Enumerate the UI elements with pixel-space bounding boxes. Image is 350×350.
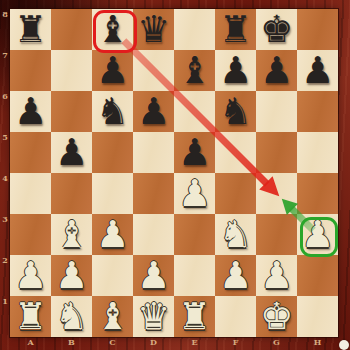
- square-c1[interactable]: ♝: [92, 296, 133, 337]
- black-queen: ♛: [133, 9, 174, 50]
- square-h7[interactable]: ♟: [297, 50, 338, 91]
- square-b1[interactable]: ♞: [51, 296, 92, 337]
- file-label-d: D: [133, 337, 174, 349]
- file-label-g: G: [256, 337, 297, 349]
- white-bishop: ♝: [51, 214, 92, 255]
- black-bishop: ♝: [174, 50, 215, 91]
- square-h1[interactable]: [297, 296, 338, 337]
- black-knight: ♞: [215, 91, 256, 132]
- square-f8[interactable]: ♜: [215, 9, 256, 50]
- square-h3[interactable]: ♟: [297, 214, 338, 255]
- file-label-e: E: [174, 337, 215, 349]
- square-g4[interactable]: [256, 173, 297, 214]
- black-knight: ♞: [92, 91, 133, 132]
- square-e3[interactable]: [174, 214, 215, 255]
- white-pawn: ♟: [92, 214, 133, 255]
- square-h2[interactable]: [297, 255, 338, 296]
- square-f1[interactable]: [215, 296, 256, 337]
- square-a5[interactable]: [10, 132, 51, 173]
- black-rook: ♜: [10, 9, 51, 50]
- square-e2[interactable]: [174, 255, 215, 296]
- square-f7[interactable]: ♟: [215, 50, 256, 91]
- square-c3[interactable]: ♟: [92, 214, 133, 255]
- square-h5[interactable]: [297, 132, 338, 173]
- square-d4[interactable]: [133, 173, 174, 214]
- square-a4[interactable]: [10, 173, 51, 214]
- square-a7[interactable]: [10, 50, 51, 91]
- board-frame: ♜♝♛♜♚♟♝♟♟♟♟♞♟♞♟♟♟♝♟♞♟♟♟♟♟♟♜♞♝♛♜♚ 8765432…: [0, 0, 350, 350]
- square-d3[interactable]: [133, 214, 174, 255]
- white-pawn: ♟: [133, 255, 174, 296]
- square-h4[interactable]: [297, 173, 338, 214]
- black-pawn: ♟: [256, 50, 297, 91]
- file-label-a: A: [10, 337, 51, 349]
- square-a1[interactable]: ♜: [10, 296, 51, 337]
- rank-label-2: 2: [0, 255, 10, 296]
- white-pawn: ♟: [10, 255, 51, 296]
- square-c6[interactable]: ♞: [92, 91, 133, 132]
- square-e6[interactable]: [174, 91, 215, 132]
- rank-label-1: 1: [0, 296, 10, 337]
- square-f4[interactable]: [215, 173, 256, 214]
- chess-board: ♜♝♛♜♚♟♝♟♟♟♟♞♟♞♟♟♟♝♟♞♟♟♟♟♟♟♜♞♝♛♜♚: [10, 9, 338, 337]
- square-g8[interactable]: ♚: [256, 9, 297, 50]
- black-rook: ♜: [215, 9, 256, 50]
- square-b7[interactable]: [51, 50, 92, 91]
- file-label-h: H: [297, 337, 338, 349]
- square-g3[interactable]: [256, 214, 297, 255]
- square-b2[interactable]: ♟: [51, 255, 92, 296]
- watermark-dot: [339, 340, 349, 350]
- rank-label-3: 3: [0, 214, 10, 255]
- square-b3[interactable]: ♝: [51, 214, 92, 255]
- square-c2[interactable]: [92, 255, 133, 296]
- square-d7[interactable]: [133, 50, 174, 91]
- square-e7[interactable]: ♝: [174, 50, 215, 91]
- square-b4[interactable]: [51, 173, 92, 214]
- square-c8[interactable]: ♝: [92, 9, 133, 50]
- square-a8[interactable]: ♜: [10, 9, 51, 50]
- rank-label-7: 7: [0, 50, 10, 91]
- white-knight: ♞: [215, 214, 256, 255]
- square-c5[interactable]: [92, 132, 133, 173]
- white-bishop: ♝: [92, 296, 133, 337]
- white-knight: ♞: [51, 296, 92, 337]
- square-b8[interactable]: [51, 9, 92, 50]
- square-e5[interactable]: ♟: [174, 132, 215, 173]
- rank-label-4: 4: [0, 173, 10, 214]
- square-d6[interactable]: ♟: [133, 91, 174, 132]
- rank-label-8: 8: [0, 9, 10, 50]
- file-label-c: C: [92, 337, 133, 349]
- black-pawn: ♟: [51, 132, 92, 173]
- square-f5[interactable]: [215, 132, 256, 173]
- white-rook: ♜: [10, 296, 51, 337]
- square-g5[interactable]: [256, 132, 297, 173]
- square-e4[interactable]: ♟: [174, 173, 215, 214]
- white-pawn: ♟: [51, 255, 92, 296]
- square-h8[interactable]: [297, 9, 338, 50]
- black-pawn: ♟: [10, 91, 51, 132]
- white-pawn: ♟: [215, 255, 256, 296]
- square-d1[interactable]: ♛: [133, 296, 174, 337]
- white-pawn: ♟: [297, 214, 338, 255]
- square-g7[interactable]: ♟: [256, 50, 297, 91]
- square-c7[interactable]: ♟: [92, 50, 133, 91]
- square-g2[interactable]: ♟: [256, 255, 297, 296]
- square-g6[interactable]: [256, 91, 297, 132]
- square-f6[interactable]: ♞: [215, 91, 256, 132]
- square-e1[interactable]: ♜: [174, 296, 215, 337]
- square-f3[interactable]: ♞: [215, 214, 256, 255]
- square-f2[interactable]: ♟: [215, 255, 256, 296]
- square-b5[interactable]: ♟: [51, 132, 92, 173]
- square-d8[interactable]: ♛: [133, 9, 174, 50]
- square-b6[interactable]: [51, 91, 92, 132]
- square-a3[interactable]: [10, 214, 51, 255]
- square-a2[interactable]: ♟: [10, 255, 51, 296]
- square-a6[interactable]: ♟: [10, 91, 51, 132]
- square-c4[interactable]: [92, 173, 133, 214]
- black-pawn: ♟: [297, 50, 338, 91]
- square-h6[interactable]: [297, 91, 338, 132]
- square-d2[interactable]: ♟: [133, 255, 174, 296]
- black-king: ♚: [256, 9, 297, 50]
- white-rook: ♜: [174, 296, 215, 337]
- black-pawn: ♟: [174, 132, 215, 173]
- black-pawn: ♟: [92, 50, 133, 91]
- square-d5[interactable]: [133, 132, 174, 173]
- black-pawn: ♟: [133, 91, 174, 132]
- file-label-b: B: [51, 337, 92, 349]
- square-e8[interactable]: [174, 9, 215, 50]
- rank-label-6: 6: [0, 91, 10, 132]
- file-label-f: F: [215, 337, 256, 349]
- square-g1[interactable]: ♚: [256, 296, 297, 337]
- white-pawn: ♟: [174, 173, 215, 214]
- black-pawn: ♟: [215, 50, 256, 91]
- black-bishop: ♝: [92, 9, 133, 50]
- white-king: ♚: [256, 296, 297, 337]
- white-queen: ♛: [133, 296, 174, 337]
- rank-label-5: 5: [0, 132, 10, 173]
- white-pawn: ♟: [256, 255, 297, 296]
